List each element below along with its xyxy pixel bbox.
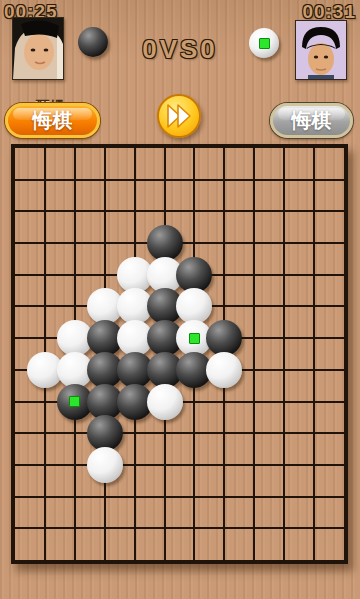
stone-black xyxy=(176,257,212,293)
stone-white xyxy=(206,352,242,388)
undo-button-left[interactable]: 悔棋 xyxy=(5,103,100,138)
avatar-player-right: 韦小宝 xyxy=(295,20,347,80)
undo-button-right[interactable]: 悔棋 xyxy=(270,103,353,138)
grid-line-horizontal xyxy=(15,464,344,466)
grid-line-horizontal xyxy=(15,496,344,498)
last-move-marker xyxy=(69,396,80,407)
undo-left-label: 悔棋 xyxy=(33,107,73,134)
undo-right-label: 悔棋 xyxy=(292,107,332,134)
fast-forward-button[interactable] xyxy=(157,94,201,138)
grid-line-horizontal xyxy=(15,527,344,529)
double-arrow-icon xyxy=(159,96,199,136)
grid-line-horizontal xyxy=(15,179,344,181)
game-screen: 00:25 00:31 甄嬛 0VS0 韦小宝 xyxy=(0,0,360,599)
stone-white xyxy=(176,288,212,324)
turn-marker xyxy=(259,38,270,49)
last-move-marker xyxy=(189,333,200,344)
man-portrait xyxy=(296,21,346,79)
board[interactable] xyxy=(11,144,348,564)
grid-line-horizontal xyxy=(15,432,344,434)
grid-line-horizontal xyxy=(15,210,344,212)
stone-black xyxy=(206,320,242,356)
stone-black xyxy=(147,225,183,261)
stone-white xyxy=(87,447,123,483)
stone-black xyxy=(87,415,123,451)
white-stone-turn-indicator xyxy=(249,28,279,58)
stone-white xyxy=(147,384,183,420)
